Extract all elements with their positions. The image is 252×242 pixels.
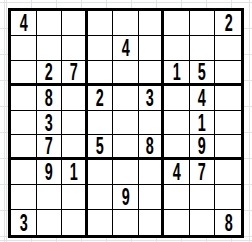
cell-r1c2[interactable] [37, 11, 63, 36]
cell-r8c8[interactable] [190, 185, 216, 210]
cell-r4c5[interactable] [113, 86, 139, 111]
given-digit: 7 [198, 160, 206, 184]
cell-r2c7[interactable] [164, 36, 190, 61]
cell-r1c9[interactable]: 2 [215, 11, 241, 36]
cell-r4c2[interactable]: 8 [37, 86, 63, 111]
given-digit: 9 [198, 135, 206, 158]
cell-r5c2[interactable]: 3 [37, 111, 63, 136]
cell-r2c8[interactable] [190, 36, 216, 61]
cell-r7c5[interactable] [113, 160, 139, 185]
cell-r7c8[interactable]: 7 [190, 160, 216, 185]
cell-r6c2[interactable]: 7 [37, 135, 63, 160]
cell-r1c1[interactable]: 4 [11, 11, 37, 36]
cell-r5c5[interactable] [113, 111, 139, 136]
given-digit: 4 [173, 160, 181, 184]
cell-r1c8[interactable] [190, 11, 216, 36]
given-digit: 5 [198, 61, 206, 84]
cell-r3c9[interactable] [215, 61, 241, 86]
given-digit: 8 [45, 86, 53, 110]
given-digit: 1 [173, 61, 181, 84]
cell-r4c7[interactable] [164, 86, 190, 111]
cell-r6c8[interactable]: 9 [190, 135, 216, 160]
cell-r7c2[interactable]: 9 [37, 160, 63, 185]
given-digit: 7 [45, 135, 53, 158]
cell-r3c1[interactable] [11, 61, 37, 86]
cell-r4c8[interactable]: 4 [190, 86, 216, 111]
cell-r9c1[interactable]: 3 [11, 210, 37, 235]
cell-r5c9[interactable] [215, 111, 241, 136]
cell-r1c3[interactable] [62, 11, 88, 36]
cell-r6c7[interactable] [164, 135, 190, 160]
cell-r3c2[interactable]: 2 [37, 61, 63, 86]
cell-r7c3[interactable]: 1 [62, 160, 88, 185]
cell-r8c5[interactable]: 9 [113, 185, 139, 210]
given-digit: 1 [198, 111, 206, 135]
cell-r7c1[interactable] [11, 160, 37, 185]
cell-r3c3[interactable]: 7 [62, 61, 88, 86]
cell-r7c7[interactable]: 4 [164, 160, 190, 185]
given-digit: 3 [45, 111, 53, 135]
given-digit: 2 [96, 86, 104, 110]
cell-r8c4[interactable] [88, 185, 114, 210]
cell-r1c6[interactable] [139, 11, 165, 36]
cell-r2c1[interactable] [11, 36, 37, 61]
cell-r2c3[interactable] [62, 36, 88, 61]
cell-r2c6[interactable] [139, 36, 165, 61]
cell-r6c9[interactable] [215, 135, 241, 160]
cell-r9c7[interactable] [164, 210, 190, 235]
cell-r1c4[interactable] [88, 11, 114, 36]
cell-r7c9[interactable] [215, 160, 241, 185]
given-digit: 8 [224, 211, 232, 235]
cell-r8c1[interactable] [11, 185, 37, 210]
cell-r3c4[interactable] [88, 61, 114, 86]
given-digit: 9 [45, 160, 53, 184]
cell-r9c4[interactable] [88, 210, 114, 235]
sudoku-board: 424271582343175899147938 [8, 8, 244, 238]
cell-r6c3[interactable] [62, 135, 88, 160]
cell-r8c3[interactable] [62, 185, 88, 210]
cell-r5c8[interactable]: 1 [190, 111, 216, 136]
given-digit: 7 [69, 61, 77, 84]
cell-r4c9[interactable] [215, 86, 241, 111]
cell-r6c6[interactable]: 8 [139, 135, 165, 160]
given-digit: 3 [146, 86, 154, 110]
cell-r9c2[interactable] [37, 210, 63, 235]
given-digit: 4 [198, 86, 206, 110]
given-digit: 4 [19, 11, 27, 35]
cell-r5c3[interactable] [62, 111, 88, 136]
given-digit: 2 [224, 11, 232, 35]
cell-r3c8[interactable]: 5 [190, 61, 216, 86]
cell-r6c4[interactable]: 5 [88, 135, 114, 160]
cell-r7c6[interactable] [139, 160, 165, 185]
given-digit: 2 [45, 61, 53, 84]
spreadsheet-background: 424271582343175899147938 [0, 0, 252, 242]
cell-r1c7[interactable] [164, 11, 190, 36]
cell-r3c6[interactable] [139, 61, 165, 86]
cell-r4c6[interactable]: 3 [139, 86, 165, 111]
cell-r9c3[interactable] [62, 210, 88, 235]
given-digit: 8 [146, 135, 154, 158]
cell-r5c6[interactable] [139, 111, 165, 136]
cell-r8c9[interactable] [215, 185, 241, 210]
cell-r8c2[interactable] [37, 185, 63, 210]
given-digit: 1 [69, 160, 77, 184]
given-digit: 4 [121, 36, 129, 60]
given-digit: 9 [121, 185, 129, 209]
cell-r3c7[interactable]: 1 [164, 61, 190, 86]
given-digit: 5 [96, 135, 104, 158]
given-digit: 3 [19, 211, 27, 235]
cell-r6c5[interactable] [113, 135, 139, 160]
cell-r2c5[interactable]: 4 [113, 36, 139, 61]
cell-r5c1[interactable] [11, 111, 37, 136]
cell-r4c3[interactable] [62, 86, 88, 111]
cell-r9c8[interactable] [190, 210, 216, 235]
cell-r2c9[interactable] [215, 36, 241, 61]
cell-r9c5[interactable] [113, 210, 139, 235]
cell-r2c2[interactable] [37, 36, 63, 61]
cell-r8c6[interactable] [139, 185, 165, 210]
cell-r7c4[interactable] [88, 160, 114, 185]
cell-r3c5[interactable] [113, 61, 139, 86]
cell-r6c1[interactable] [11, 135, 37, 160]
cell-r8c7[interactable] [164, 185, 190, 210]
cell-r9c6[interactable] [139, 210, 165, 235]
cell-r5c4[interactable] [88, 111, 114, 136]
cell-r4c1[interactable] [11, 86, 37, 111]
cell-r1c5[interactable] [113, 11, 139, 36]
cell-r9c9[interactable]: 8 [215, 210, 241, 235]
cell-r5c7[interactable] [164, 111, 190, 136]
cell-r2c4[interactable] [88, 36, 114, 61]
cell-r4c4[interactable]: 2 [88, 86, 114, 111]
